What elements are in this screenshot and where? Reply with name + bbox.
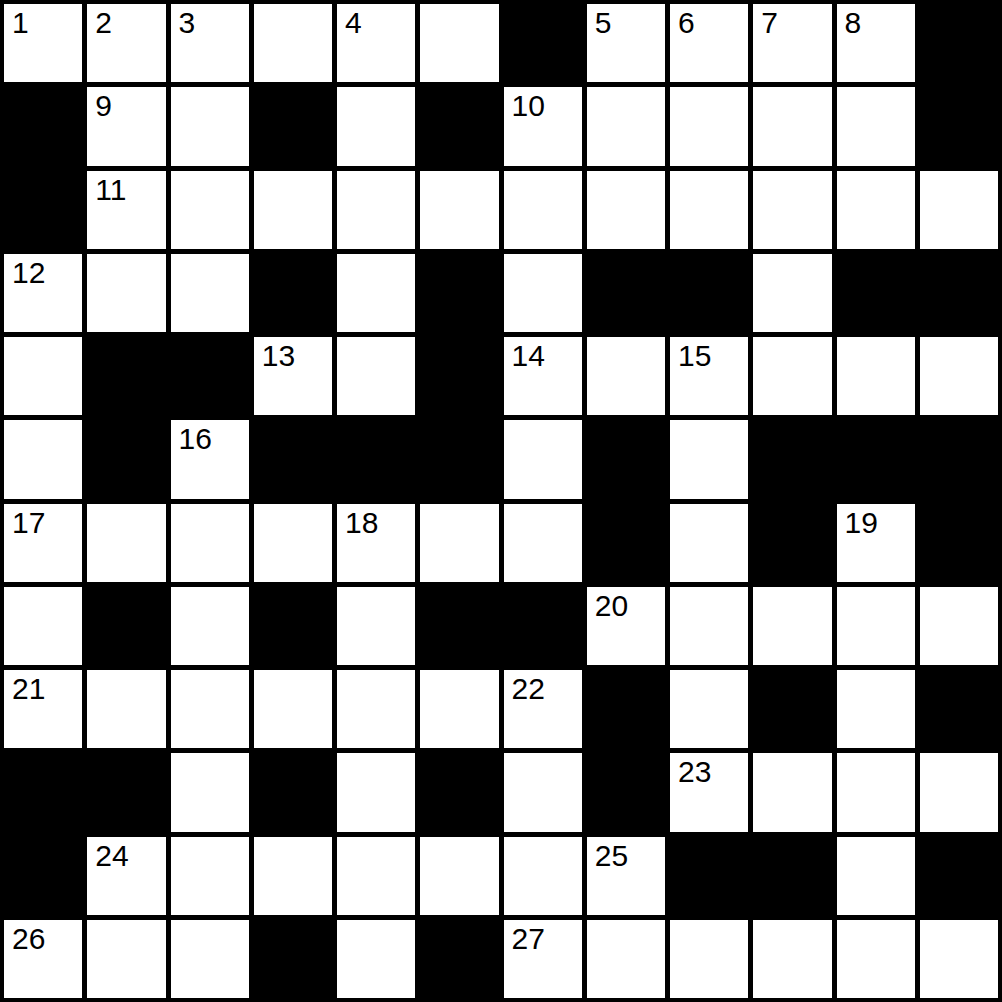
cell-r12c10[interactable]: [753, 920, 831, 998]
black-cell-r8c4: [254, 587, 332, 665]
black-cell-r2c12: [920, 87, 998, 165]
cell-r8c8[interactable]: 20: [587, 587, 665, 665]
cell-r7c5[interactable]: 18: [337, 504, 415, 582]
black-cell-r4c6: [420, 254, 498, 332]
black-cell-r12c4: [254, 920, 332, 998]
cell-r6c9[interactable]: [670, 420, 748, 498]
cell-r5c12[interactable]: [920, 337, 998, 415]
cell-r7c2[interactable]: [87, 504, 165, 582]
cell-r3c4[interactable]: [254, 171, 332, 249]
black-cell-r2c6: [420, 87, 498, 165]
cell-r10c11[interactable]: [837, 753, 915, 831]
clue-number: 14: [512, 341, 545, 371]
black-cell-r8c6: [420, 587, 498, 665]
clue-number: 18: [345, 508, 378, 538]
cell-r8c9[interactable]: [670, 587, 748, 665]
cell-r3c9[interactable]: [670, 171, 748, 249]
clue-number: 22: [512, 674, 545, 704]
black-cell-r7c12: [920, 504, 998, 582]
cell-r1c1[interactable]: 1: [4, 4, 82, 82]
cell-r5c10[interactable]: [753, 337, 831, 415]
black-cell-r1c12: [920, 4, 998, 82]
black-cell-r4c8: [587, 254, 665, 332]
black-cell-r11c9: [670, 837, 748, 915]
cell-r10c12[interactable]: [920, 753, 998, 831]
cell-r2c2[interactable]: 9: [87, 87, 165, 165]
cell-r5c1[interactable]: [4, 337, 82, 415]
cell-r2c5[interactable]: [337, 87, 415, 165]
clue-number: 21: [12, 674, 45, 704]
black-cell-r2c1: [4, 87, 82, 165]
cell-r4c3[interactable]: [171, 254, 249, 332]
clue-number: 24: [95, 841, 128, 871]
cell-r4c10[interactable]: [753, 254, 831, 332]
cell-r11c5[interactable]: [337, 837, 415, 915]
black-cell-r10c4: [254, 753, 332, 831]
clue-number: 20: [595, 591, 628, 621]
cell-r11c11[interactable]: [837, 837, 915, 915]
clue-number: 8: [845, 8, 862, 38]
cell-r5c7[interactable]: 14: [504, 337, 582, 415]
cell-r2c7[interactable]: 10: [504, 87, 582, 165]
clue-number: 25: [595, 841, 628, 871]
black-cell-r3c1: [4, 171, 82, 249]
black-cell-r6c5: [337, 420, 415, 498]
cell-r3c8[interactable]: [587, 171, 665, 249]
clue-number: 15: [678, 341, 711, 371]
black-cell-r12c6: [420, 920, 498, 998]
clue-number: 27: [512, 924, 545, 954]
black-cell-r4c9: [670, 254, 748, 332]
black-cell-r5c2: [87, 337, 165, 415]
cell-r8c5[interactable]: [337, 587, 415, 665]
cell-r2c3[interactable]: [171, 87, 249, 165]
black-cell-r5c3: [171, 337, 249, 415]
cell-r10c3[interactable]: [171, 753, 249, 831]
clue-number: 23: [678, 757, 711, 787]
cell-r7c11[interactable]: 19: [837, 504, 915, 582]
cell-r10c10[interactable]: [753, 753, 831, 831]
cell-r11c4[interactable]: [254, 837, 332, 915]
black-cell-r2c4: [254, 87, 332, 165]
cell-r8c1[interactable]: [4, 587, 82, 665]
cell-r9c6[interactable]: [420, 670, 498, 748]
cell-r10c7[interactable]: [504, 753, 582, 831]
cell-r5c9[interactable]: 15: [670, 337, 748, 415]
clue-number: 10: [512, 91, 545, 121]
clue-number: 6: [678, 8, 695, 38]
cell-r10c5[interactable]: [337, 753, 415, 831]
cell-r9c4[interactable]: [254, 670, 332, 748]
cell-r1c3[interactable]: 3: [171, 4, 249, 82]
black-cell-r11c10: [753, 837, 831, 915]
clue-number: 2: [95, 8, 112, 38]
cell-r7c7[interactable]: [504, 504, 582, 582]
crossword-board: 1234567891011121314151617181920212223242…: [0, 0, 1002, 1002]
cell-r3c6[interactable]: [420, 171, 498, 249]
clue-number: 12: [12, 258, 45, 288]
black-cell-r9c10: [753, 670, 831, 748]
clue-number: 3: [179, 8, 196, 38]
cell-r7c9[interactable]: [670, 504, 748, 582]
clue-number: 26: [12, 924, 45, 954]
black-cell-r7c10: [753, 504, 831, 582]
cell-r4c1[interactable]: 12: [4, 254, 82, 332]
cell-r12c9[interactable]: [670, 920, 748, 998]
clue-number: 13: [262, 341, 295, 371]
black-cell-r6c2: [87, 420, 165, 498]
cell-r9c5[interactable]: [337, 670, 415, 748]
cell-r9c7[interactable]: 22: [504, 670, 582, 748]
cell-r7c3[interactable]: [171, 504, 249, 582]
cell-r5c11[interactable]: [837, 337, 915, 415]
black-cell-r4c12: [920, 254, 998, 332]
cell-r8c11[interactable]: [837, 587, 915, 665]
cell-r7c1[interactable]: 17: [4, 504, 82, 582]
black-cell-r10c8: [587, 753, 665, 831]
black-cell-r11c1: [4, 837, 82, 915]
cell-r12c7[interactable]: 27: [504, 920, 582, 998]
cell-r7c4[interactable]: [254, 504, 332, 582]
cell-r11c6[interactable]: [420, 837, 498, 915]
cell-r3c5[interactable]: [337, 171, 415, 249]
clue-number: 5: [595, 8, 612, 38]
cell-r11c2[interactable]: 24: [87, 837, 165, 915]
cell-r3c3[interactable]: [171, 171, 249, 249]
cell-r5c5[interactable]: [337, 337, 415, 415]
cell-r6c7[interactable]: [504, 420, 582, 498]
cell-r1c8[interactable]: 5: [587, 4, 665, 82]
clue-number: 7: [761, 8, 778, 38]
black-cell-r10c2: [87, 753, 165, 831]
clue-number: 19: [845, 508, 878, 538]
cell-r7c6[interactable]: [420, 504, 498, 582]
cell-r12c5[interactable]: [337, 920, 415, 998]
cell-r5c4[interactable]: 13: [254, 337, 332, 415]
black-cell-r9c8: [587, 670, 665, 748]
black-cell-r9c12: [920, 670, 998, 748]
cell-r8c10[interactable]: [753, 587, 831, 665]
cell-r6c1[interactable]: [4, 420, 82, 498]
cell-r3c12[interactable]: [920, 171, 998, 249]
clue-number: 4: [345, 8, 362, 38]
cell-r4c2[interactable]: [87, 254, 165, 332]
cell-r1c11[interactable]: 8: [837, 4, 915, 82]
cell-r9c2[interactable]: [87, 670, 165, 748]
black-cell-r10c6: [420, 753, 498, 831]
cell-r12c12[interactable]: [920, 920, 998, 998]
cell-r2c10[interactable]: [753, 87, 831, 165]
cell-r12c3[interactable]: [171, 920, 249, 998]
black-cell-r8c2: [87, 587, 165, 665]
cell-r4c5[interactable]: [337, 254, 415, 332]
cell-r1c9[interactable]: 6: [670, 4, 748, 82]
clue-number: 1: [12, 8, 29, 38]
cell-r6c3[interactable]: 16: [171, 420, 249, 498]
cell-r2c8[interactable]: [587, 87, 665, 165]
cell-r3c2[interactable]: 11: [87, 171, 165, 249]
cell-r1c4[interactable]: [254, 4, 332, 82]
cell-r4c7[interactable]: [504, 254, 582, 332]
cell-r11c3[interactable]: [171, 837, 249, 915]
cell-r3c10[interactable]: [753, 171, 831, 249]
black-cell-r7c8: [587, 504, 665, 582]
cell-r3c11[interactable]: [837, 171, 915, 249]
black-cell-r4c4: [254, 254, 332, 332]
black-cell-r10c1: [4, 753, 82, 831]
cell-r9c1[interactable]: 21: [4, 670, 82, 748]
cell-r1c6[interactable]: [420, 4, 498, 82]
black-cell-r6c4: [254, 420, 332, 498]
cell-r11c7[interactable]: [504, 837, 582, 915]
cell-r10c9[interactable]: 23: [670, 753, 748, 831]
cell-r5c8[interactable]: [587, 337, 665, 415]
cell-r1c10[interactable]: 7: [753, 4, 831, 82]
cell-r9c3[interactable]: [171, 670, 249, 748]
black-cell-r11c12: [920, 837, 998, 915]
cell-r12c1[interactable]: 26: [4, 920, 82, 998]
cell-r8c3[interactable]: [171, 587, 249, 665]
cell-r12c11[interactable]: [837, 920, 915, 998]
clue-number: 11: [95, 175, 126, 205]
black-cell-r6c12: [920, 420, 998, 498]
cell-r11c8[interactable]: 25: [587, 837, 665, 915]
cell-r1c5[interactable]: 4: [337, 4, 415, 82]
black-cell-r4c11: [837, 254, 915, 332]
black-cell-r6c6: [420, 420, 498, 498]
cell-r8c12[interactable]: [920, 587, 998, 665]
black-cell-r6c8: [587, 420, 665, 498]
black-cell-r1c7: [504, 4, 582, 82]
black-cell-r6c11: [837, 420, 915, 498]
cell-r9c9[interactable]: [670, 670, 748, 748]
clue-number: 9: [95, 91, 112, 121]
cell-r3c7[interactable]: [504, 171, 582, 249]
black-cell-r5c6: [420, 337, 498, 415]
cell-r2c11[interactable]: [837, 87, 915, 165]
clue-number: 16: [179, 424, 212, 454]
clue-number: 17: [12, 508, 45, 538]
cell-r12c8[interactable]: [587, 920, 665, 998]
cell-r9c11[interactable]: [837, 670, 915, 748]
cell-r12c2[interactable]: [87, 920, 165, 998]
cell-r1c2[interactable]: 2: [87, 4, 165, 82]
black-cell-r8c7: [504, 587, 582, 665]
black-cell-r6c10: [753, 420, 831, 498]
cell-r2c9[interactable]: [670, 87, 748, 165]
